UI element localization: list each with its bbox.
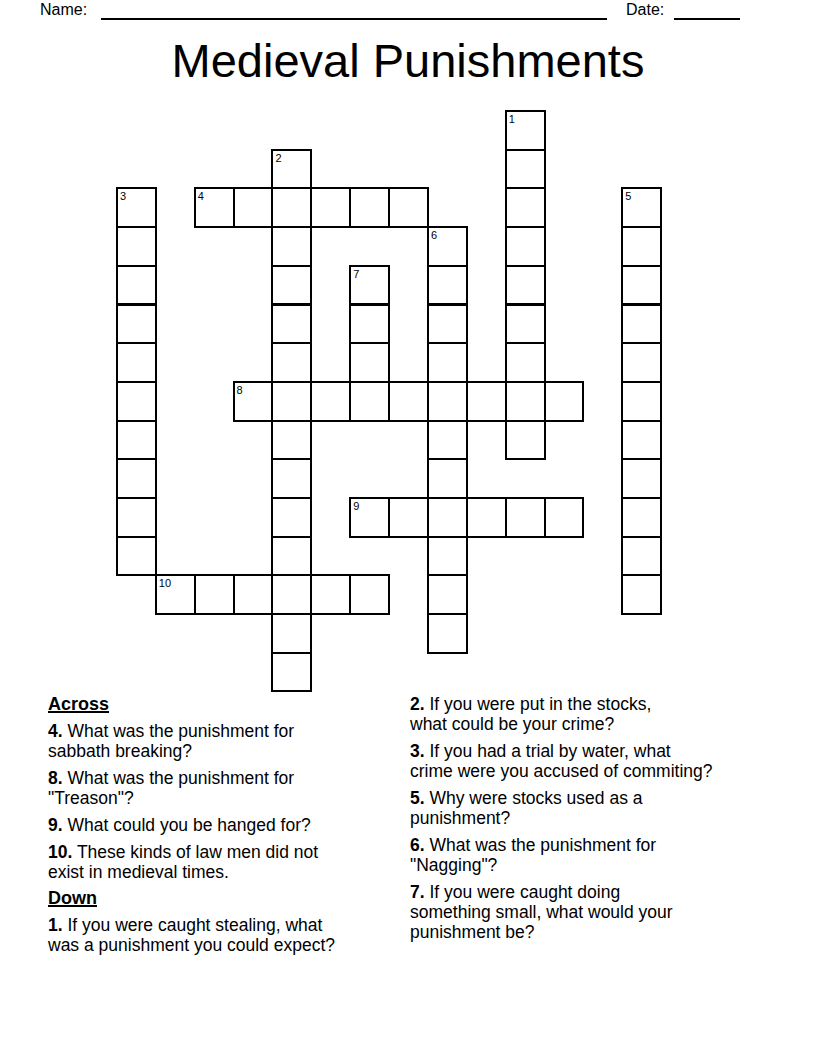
cell-r2c7[interactable]	[388, 187, 429, 228]
clues-right-column: 2. If you were put in the stocks, what c…	[410, 694, 810, 942]
cell-r2c4[interactable]	[271, 187, 312, 228]
clues-left-column: Across 4. What was the punishment for sa…	[48, 694, 394, 955]
cell-r6c4[interactable]	[271, 342, 312, 383]
clue-number-label: 2.	[410, 694, 425, 714]
cell-r7c13[interactable]	[621, 381, 662, 422]
cell-r3c8[interactable]: 6	[427, 226, 468, 267]
cell-r6c8[interactable]	[427, 342, 468, 383]
clue-text: If you were caught doing something small…	[410, 882, 673, 942]
cell-r14c4[interactable]	[271, 652, 312, 693]
clue-number-label: 1.	[48, 915, 63, 935]
cell-r10c11[interactable]	[544, 497, 585, 538]
cell-r2c13[interactable]: 5	[621, 187, 662, 228]
cell-r12c5[interactable]	[310, 574, 351, 615]
clue-number-label: 10.	[48, 842, 72, 862]
clue-text: If you were put in the stocks, what coul…	[410, 694, 651, 734]
clue-across-4: 4. What was the punishment for sabbath b…	[48, 721, 394, 761]
clue-text: If you were caught stealing, what was a …	[48, 915, 335, 955]
clue-number: 10	[159, 577, 171, 589]
cell-r7c11[interactable]	[544, 381, 585, 422]
cell-r7c9[interactable]	[466, 381, 507, 422]
cell-r4c6[interactable]: 7	[349, 265, 390, 306]
clue-number: 6	[431, 229, 437, 241]
cell-r4c13[interactable]	[621, 265, 662, 306]
clue-number-label: 5.	[410, 788, 425, 808]
cell-r9c13[interactable]	[621, 458, 662, 499]
clue-number-label: 8.	[48, 768, 63, 788]
name-write-line	[101, 0, 607, 20]
cell-r3c4[interactable]	[271, 226, 312, 267]
cell-r12c2[interactable]	[194, 574, 235, 615]
clue-number: 9	[353, 500, 359, 512]
cell-r12c3[interactable]	[233, 574, 274, 615]
clue-number: 3	[120, 190, 126, 202]
cell-r8c0[interactable]	[116, 420, 157, 461]
cell-r2c3[interactable]	[233, 187, 274, 228]
cell-r2c6[interactable]	[349, 187, 390, 228]
cell-r5c10[interactable]	[505, 304, 546, 345]
cell-r9c0[interactable]	[116, 458, 157, 499]
clue-down-7: 7. If you were caught doing something sm…	[410, 882, 810, 942]
cell-r8c10[interactable]	[505, 420, 546, 461]
down-header: Down	[48, 888, 394, 908]
cell-r7c5[interactable]	[310, 381, 351, 422]
cell-r10c7[interactable]	[388, 497, 429, 538]
cell-r0c10[interactable]: 1	[505, 110, 546, 151]
clue-down-5: 5. Why were stocks used as a punishment?	[410, 788, 810, 828]
clue-number: 1	[509, 113, 515, 125]
clue-text: These kinds of law men did not exist in …	[48, 842, 318, 882]
cell-r8c8[interactable]	[427, 420, 468, 461]
cell-r9c8[interactable]	[427, 458, 468, 499]
clue-across-8: 8. What was the punishment for "Treason"…	[48, 768, 394, 808]
crossword-grid: 12345678910	[116, 110, 664, 694]
clue-text: What was the punishment for "Nagging"?	[410, 835, 656, 875]
cell-r2c5[interactable]	[310, 187, 351, 228]
cell-r1c10[interactable]	[505, 149, 546, 190]
clue-number: 4	[198, 190, 204, 202]
clue-across-9: 9. What could you be hanged for?	[48, 815, 394, 835]
cell-r5c4[interactable]	[271, 304, 312, 345]
cell-r11c4[interactable]	[271, 536, 312, 577]
clue-number-label: 9.	[48, 815, 63, 835]
clue-down-1: 1. If you were caught stealing, what was…	[48, 915, 394, 955]
cell-r10c4[interactable]	[271, 497, 312, 538]
cell-r2c10[interactable]	[505, 187, 546, 228]
clue-number: 5	[625, 190, 631, 202]
clue-text: What was the punishment for sabbath brea…	[48, 721, 294, 761]
cell-r6c13[interactable]	[621, 342, 662, 383]
clue-text: Why were stocks used as a punishment?	[410, 788, 642, 828]
date-label: Date:	[626, 1, 664, 19]
cell-r4c0[interactable]	[116, 265, 157, 306]
cell-r12c6[interactable]	[349, 574, 390, 615]
cell-r4c10[interactable]	[505, 265, 546, 306]
clue-down-3: 3. If you had a trial by water, what cri…	[410, 741, 810, 781]
cell-r13c8[interactable]	[427, 613, 468, 654]
cell-r7c8[interactable]	[427, 381, 468, 422]
clue-down-6: 6. What was the punishment for "Nagging"…	[410, 835, 810, 875]
cell-r3c10[interactable]	[505, 226, 546, 267]
cell-r7c0[interactable]	[116, 381, 157, 422]
clue-text: If you had a trial by water, what crime …	[410, 741, 712, 781]
cell-r6c0[interactable]	[116, 342, 157, 383]
clue-text: What was the punishment for "Treason"?	[48, 768, 294, 808]
cell-r7c4[interactable]	[271, 381, 312, 422]
cell-r7c3[interactable]: 8	[233, 381, 274, 422]
cell-r7c6[interactable]	[349, 381, 390, 422]
clue-down-2: 2. If you were put in the stocks, what c…	[410, 694, 810, 734]
clue-number-label: 4.	[48, 721, 63, 741]
cell-r10c10[interactable]	[505, 497, 546, 538]
cell-r10c9[interactable]	[466, 497, 507, 538]
cell-r6c6[interactable]	[349, 342, 390, 383]
cell-r6c10[interactable]	[505, 342, 546, 383]
cell-r12c4[interactable]	[271, 574, 312, 615]
cell-r10c0[interactable]	[116, 497, 157, 538]
cell-r12c13[interactable]	[621, 574, 662, 615]
cell-r3c13[interactable]	[621, 226, 662, 267]
cell-r4c8[interactable]	[427, 265, 468, 306]
cell-r7c7[interactable]	[388, 381, 429, 422]
puzzle-title: Medieval Punishments	[0, 33, 816, 88]
cell-r10c6[interactable]: 9	[349, 497, 390, 538]
cell-r5c8[interactable]	[427, 304, 468, 345]
across-header: Across	[48, 694, 394, 714]
cell-r4c4[interactable]	[271, 265, 312, 306]
clue-number-label: 3.	[410, 741, 425, 761]
clue-number: 2	[275, 152, 281, 164]
cell-r12c1[interactable]: 10	[155, 574, 196, 615]
clue-number: 8	[237, 384, 243, 396]
cell-r5c0[interactable]	[116, 304, 157, 345]
cell-r12c8[interactable]	[427, 574, 468, 615]
cell-r11c13[interactable]	[621, 536, 662, 577]
cell-r8c4[interactable]	[271, 420, 312, 461]
cell-r5c6[interactable]	[349, 304, 390, 345]
clue-number-label: 6.	[410, 835, 425, 855]
date-write-line	[674, 0, 740, 20]
cell-r8c13[interactable]	[621, 420, 662, 461]
name-label: Name:	[40, 1, 87, 19]
cell-r9c4[interactable]	[271, 458, 312, 499]
cell-r2c2[interactable]: 4	[194, 187, 235, 228]
cell-r11c8[interactable]	[427, 536, 468, 577]
cell-r11c0[interactable]	[116, 536, 157, 577]
cell-r1c4[interactable]: 2	[271, 149, 312, 190]
clue-across-10: 10. These kinds of law men did not exist…	[48, 842, 394, 882]
cell-r10c8[interactable]	[427, 497, 468, 538]
cell-r5c13[interactable]	[621, 304, 662, 345]
cell-r13c4[interactable]	[271, 613, 312, 654]
cell-r2c0[interactable]: 3	[116, 187, 157, 228]
clue-number: 7	[353, 268, 359, 280]
clue-text: What could you be hanged for?	[67, 815, 310, 835]
clue-number-label: 7.	[410, 882, 425, 902]
cell-r3c0[interactable]	[116, 226, 157, 267]
cell-r10c13[interactable]	[621, 497, 662, 538]
cell-r7c10[interactable]	[505, 381, 546, 422]
